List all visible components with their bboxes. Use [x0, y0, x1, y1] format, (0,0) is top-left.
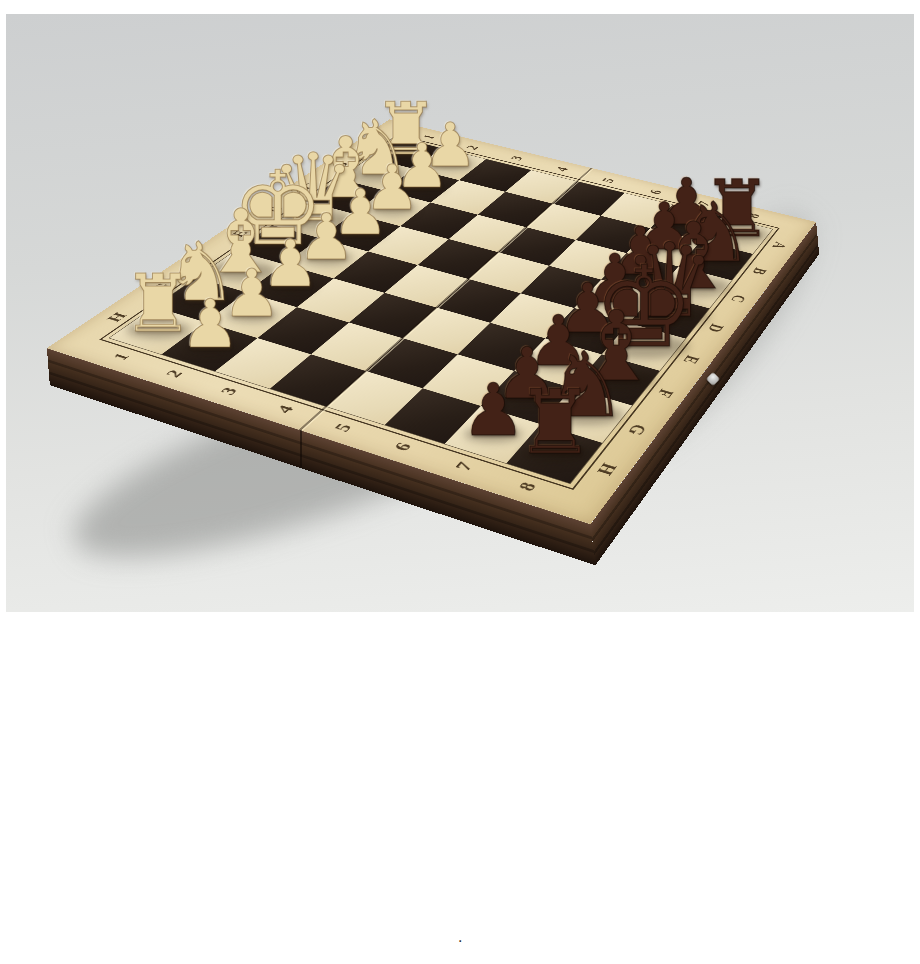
rank-label-near-3: 3: [215, 385, 242, 397]
file-label-right-H: H: [591, 460, 622, 477]
rank-label-far-3: 3: [506, 155, 526, 162]
rank-label-far-5: 5: [598, 177, 618, 184]
rank-label-near-7: 7: [450, 459, 478, 473]
caption-dot: .: [458, 928, 462, 946]
rank-label-near-4: 4: [271, 403, 298, 415]
scene: 1234567812345678ABCDEFGHABCDEFGH ♜♟♞♟♝♟♛…: [0, 0, 920, 964]
rank-label-near-8: 8: [513, 479, 541, 493]
rank-label-far-4: 4: [552, 166, 572, 173]
fold-seam-side: [300, 430, 302, 468]
rank-label-near-1: 1: [108, 351, 134, 362]
rank-label-near-6: 6: [388, 440, 416, 453]
piece-black-rook-h8[interactable]: ♜: [515, 379, 595, 468]
piece-white-pawn-h2[interactable]: ♟: [180, 291, 240, 358]
rank-label-near-2: 2: [161, 368, 187, 380]
rank-label-near-5: 5: [329, 421, 356, 434]
